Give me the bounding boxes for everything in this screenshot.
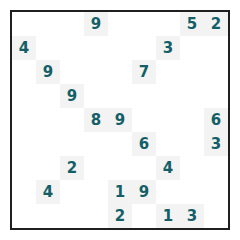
cell-r5c7-empty[interactable]	[156, 108, 181, 133]
cell-r4c1-empty[interactable]	[12, 84, 37, 109]
cell-r3c1-empty[interactable]	[12, 60, 37, 86]
cell-r7c9-empty[interactable]	[204, 156, 228, 181]
cell-r1c9-given: 2	[204, 12, 228, 37]
cell-r3c2-given: 9	[36, 60, 61, 86]
cell-r2c1-given: 4	[12, 36, 37, 61]
cell-r3c4-empty[interactable]	[84, 60, 109, 86]
sudoku-board: 952439798966324419213	[10, 10, 230, 230]
cell-r7c7-given: 4	[156, 156, 181, 181]
cell-r5c8-empty[interactable]	[180, 108, 205, 133]
cell-r2c8-empty[interactable]	[180, 36, 205, 61]
cell-r7c5-empty[interactable]	[108, 156, 133, 181]
cell-r8c7-empty[interactable]	[156, 180, 181, 205]
cell-r9c2-empty[interactable]	[36, 204, 61, 228]
cell-r7c6-empty[interactable]	[132, 156, 158, 181]
cell-r5c1-empty[interactable]	[12, 108, 37, 133]
cell-r6c8-empty[interactable]	[180, 132, 205, 158]
cell-r3c6-given: 7	[132, 60, 158, 86]
cell-r1c2-empty[interactable]	[36, 12, 61, 37]
cell-r7c2-empty[interactable]	[36, 156, 61, 181]
cell-r1c1-empty[interactable]	[12, 12, 37, 37]
cell-r4c7-empty[interactable]	[156, 84, 181, 109]
cell-r5c5-given: 9	[108, 108, 133, 133]
cell-r7c3-given: 2	[60, 156, 86, 181]
cell-r9c7-given: 1	[156, 204, 181, 228]
cell-r4c2-empty[interactable]	[36, 84, 61, 109]
cell-r4c9-empty[interactable]	[204, 84, 228, 109]
cell-r2c7-given: 3	[156, 36, 181, 61]
cell-r2c5-empty[interactable]	[108, 36, 133, 61]
cell-r3c7-empty[interactable]	[156, 60, 181, 86]
cell-r8c6-given: 9	[132, 180, 158, 205]
cell-r6c6-given: 6	[132, 132, 158, 158]
cell-r7c4-empty[interactable]	[84, 156, 109, 181]
cell-r1c5-empty[interactable]	[108, 12, 133, 37]
cell-r1c3-empty[interactable]	[60, 12, 86, 37]
cell-r5c3-empty[interactable]	[60, 108, 86, 133]
cell-r5c6-empty[interactable]	[132, 108, 158, 133]
cell-r2c2-empty[interactable]	[36, 36, 61, 61]
cell-r1c7-empty[interactable]	[156, 12, 181, 37]
cell-r5c4-given: 8	[84, 108, 109, 133]
cell-r6c3-empty[interactable]	[60, 132, 86, 158]
cell-r1c8-given: 5	[180, 12, 205, 37]
cell-r2c4-empty[interactable]	[84, 36, 109, 61]
cell-r4c3-given: 9	[60, 84, 86, 109]
cell-r9c4-empty[interactable]	[84, 204, 109, 228]
cell-r8c4-empty[interactable]	[84, 180, 109, 205]
cell-r7c1-empty[interactable]	[12, 156, 37, 181]
cell-r9c3-empty[interactable]	[60, 204, 86, 228]
cell-r1c6-empty[interactable]	[132, 12, 158, 37]
cell-r8c9-empty[interactable]	[204, 180, 228, 205]
cell-r1c4-given: 9	[84, 12, 109, 37]
cell-r2c6-empty[interactable]	[132, 36, 158, 61]
cell-r2c3-empty[interactable]	[60, 36, 86, 61]
cell-r6c1-empty[interactable]	[12, 132, 37, 158]
cell-r4c4-empty[interactable]	[84, 84, 109, 109]
cell-r6c5-empty[interactable]	[108, 132, 133, 158]
cell-r3c5-empty[interactable]	[108, 60, 133, 86]
cell-r5c9-given: 6	[204, 108, 228, 133]
cell-r9c9-empty[interactable]	[204, 204, 228, 228]
cell-r6c7-empty[interactable]	[156, 132, 181, 158]
cell-r9c6-empty[interactable]	[132, 204, 158, 228]
cell-r8c8-empty[interactable]	[180, 180, 205, 205]
cell-r3c3-empty[interactable]	[60, 60, 86, 86]
cell-r9c8-given: 3	[180, 204, 205, 228]
cell-r3c8-empty[interactable]	[180, 60, 205, 86]
cell-r2c9-empty[interactable]	[204, 36, 228, 61]
cell-r5c2-empty[interactable]	[36, 108, 61, 133]
cell-r8c2-given: 4	[36, 180, 61, 205]
cell-r9c5-given: 2	[108, 204, 133, 228]
cell-r4c5-empty[interactable]	[108, 84, 133, 109]
cell-r8c3-empty[interactable]	[60, 180, 86, 205]
cell-r8c1-empty[interactable]	[12, 180, 37, 205]
cell-r3c9-empty[interactable]	[204, 60, 228, 86]
cell-r4c6-empty[interactable]	[132, 84, 158, 109]
cell-r9c1-empty[interactable]	[12, 204, 37, 228]
cell-r6c9-given: 3	[204, 132, 228, 158]
cell-r4c8-empty[interactable]	[180, 84, 205, 109]
cell-r6c2-empty[interactable]	[36, 132, 61, 158]
page: 952439798966324419213	[0, 0, 240, 240]
cell-r8c5-given: 1	[108, 180, 133, 205]
cell-r7c8-empty[interactable]	[180, 156, 205, 181]
cell-r6c4-empty[interactable]	[84, 132, 109, 158]
